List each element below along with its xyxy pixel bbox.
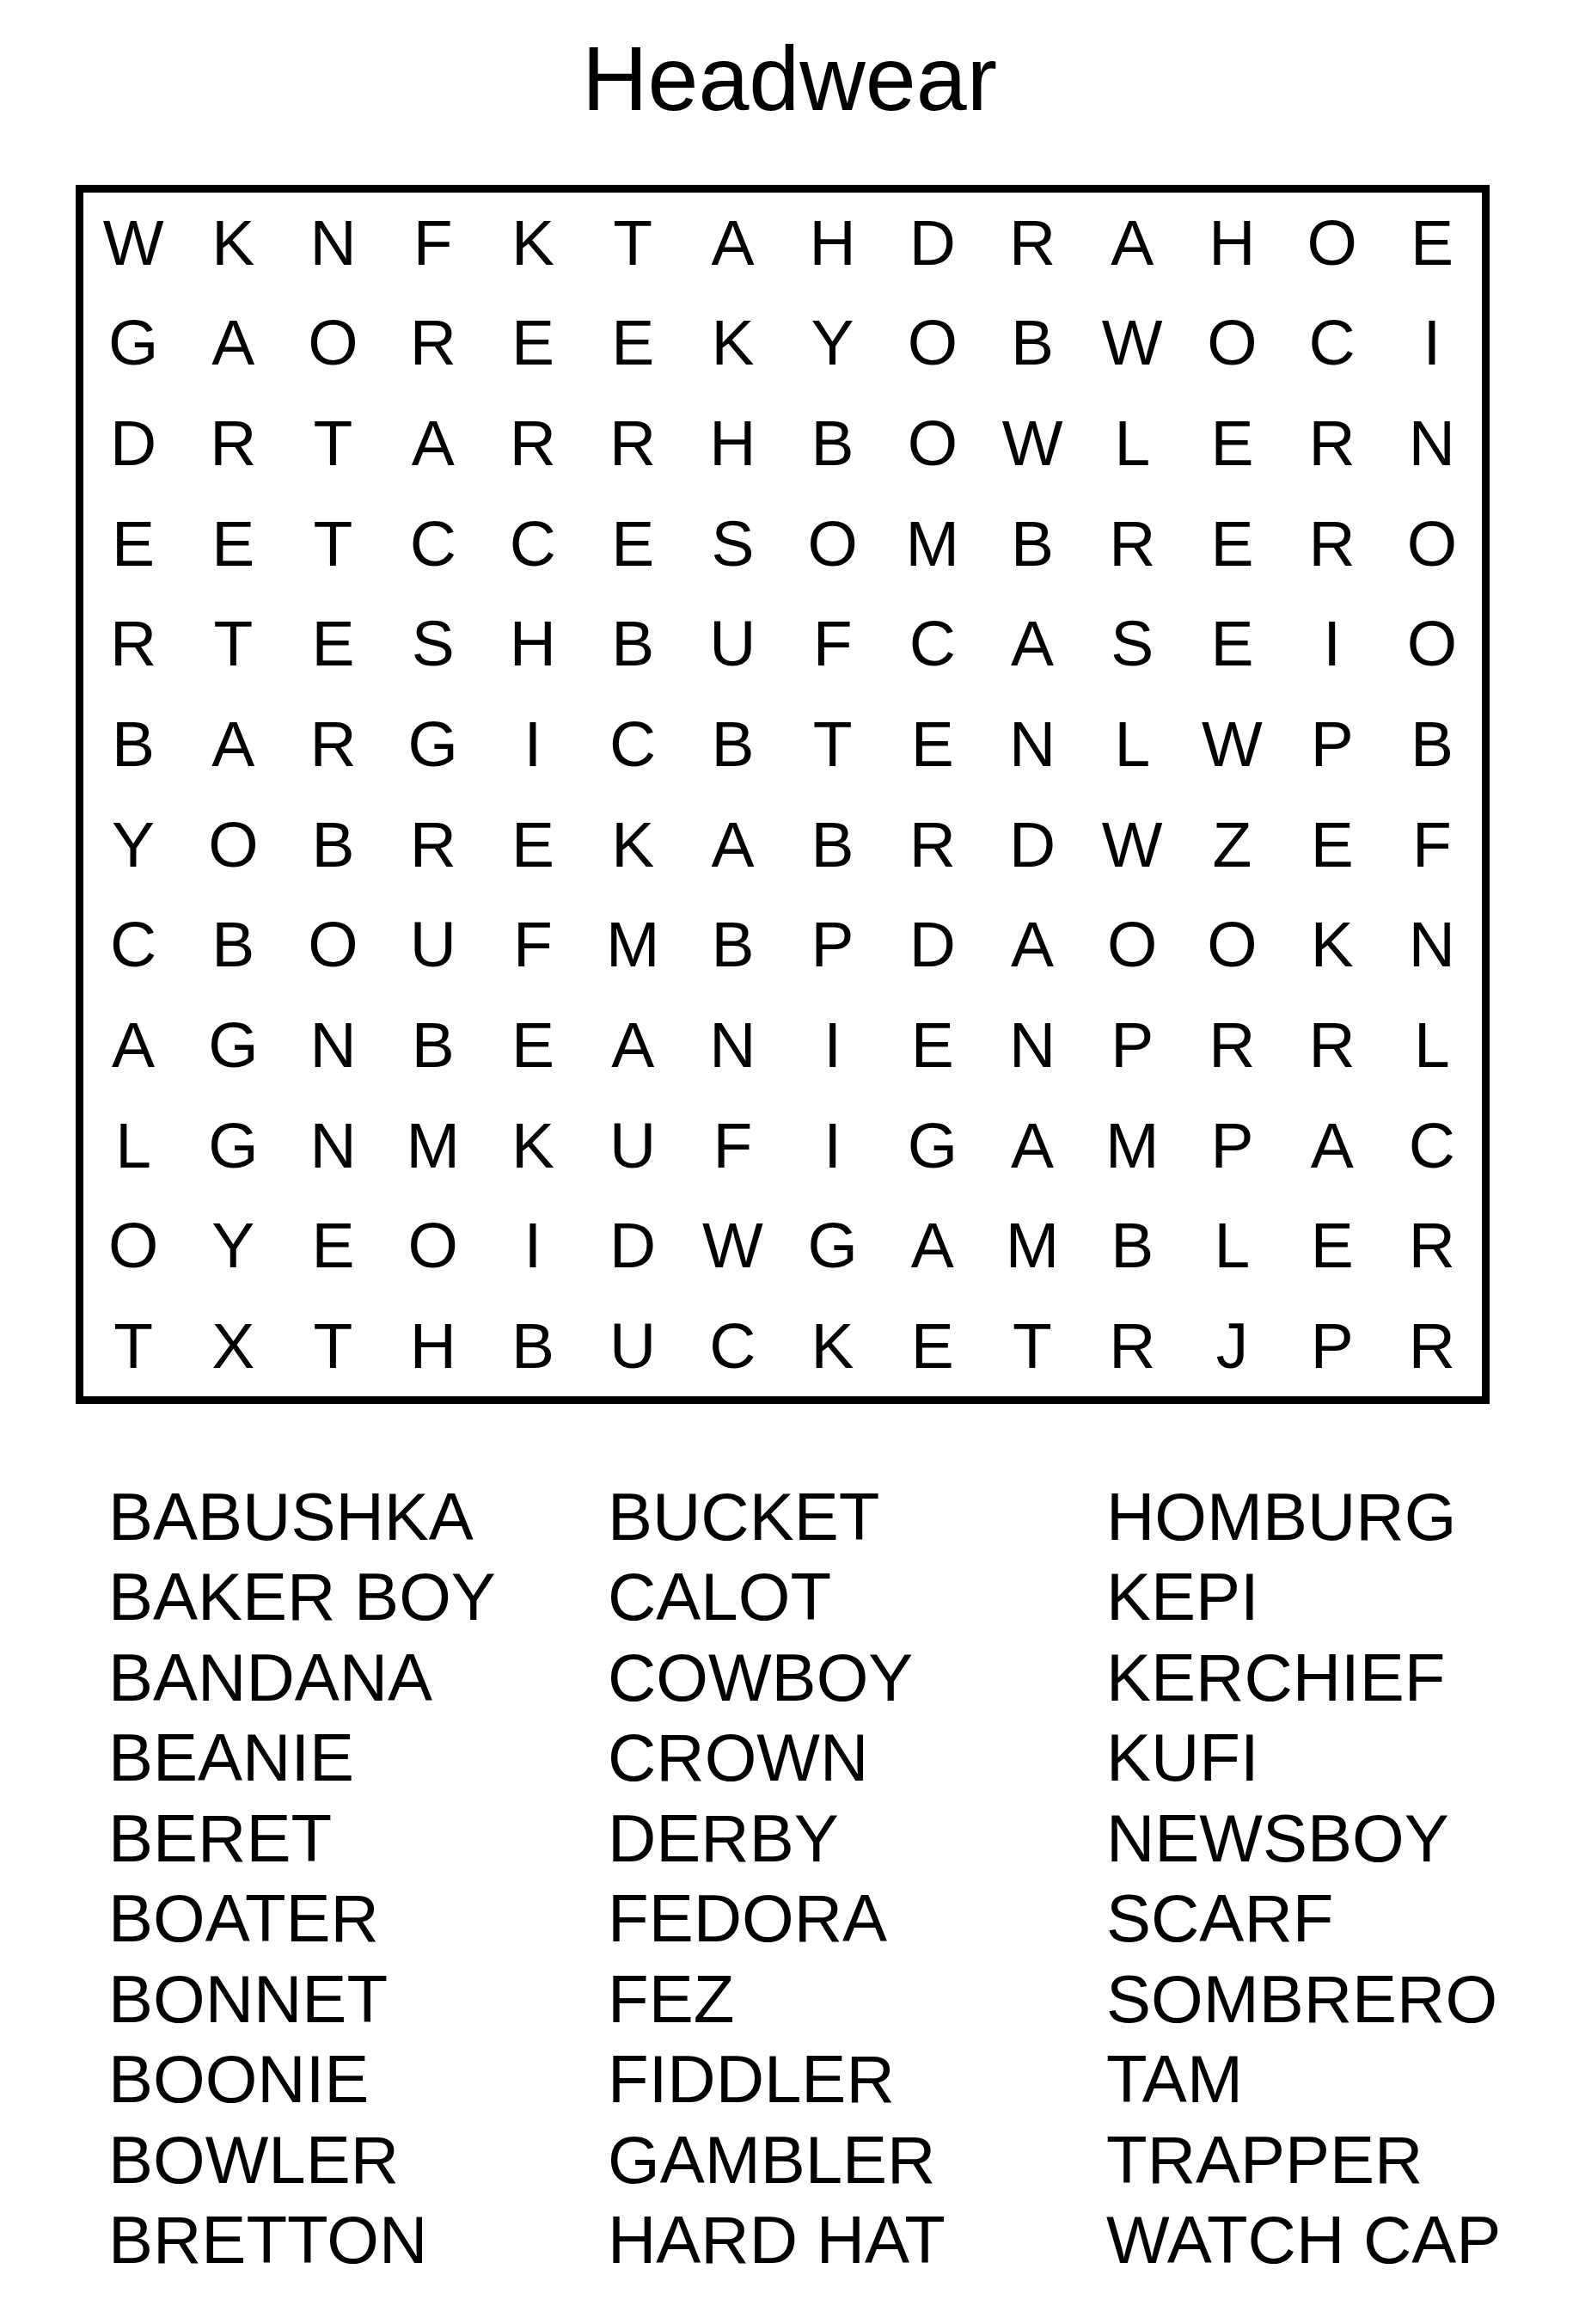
grid-cell[interactable]: R [1282, 393, 1382, 494]
grid-cell[interactable]: B [1382, 694, 1482, 794]
word-list-item: FEDORA [608, 1879, 946, 1959]
grid-cell[interactable]: O [83, 1196, 183, 1297]
grid-cell[interactable]: N [682, 995, 782, 1095]
word-list-item: BANDANA [108, 1637, 496, 1718]
grid-cell[interactable]: T [183, 594, 283, 695]
grid-cell[interactable]: E [1182, 494, 1282, 594]
grid-cell[interactable]: E [183, 494, 283, 594]
grid-cell[interactable]: E [883, 1296, 982, 1396]
grid-cell[interactable]: G [183, 1095, 283, 1196]
grid-cell[interactable]: R [1282, 995, 1382, 1095]
wordsearch-grid: WKNFKTAHDRAHOEGAOREEKYOBWOCIDRTARRHBOWLE… [76, 185, 1490, 1404]
grid-cell[interactable]: E [483, 794, 583, 895]
grid-cell[interactable]: W [982, 393, 1082, 494]
grid-cell[interactable]: L [1082, 694, 1182, 794]
word-list-item: BERET [108, 1798, 496, 1879]
grid-cell[interactable]: K [1282, 895, 1382, 996]
word-list-item: BONNET [108, 1959, 496, 2039]
grid-cell[interactable]: N [982, 694, 1082, 794]
word-list-item: CALOT [608, 1557, 946, 1638]
grid-cell[interactable]: F [1382, 794, 1482, 895]
word-list-item: FIDDLER [608, 2039, 946, 2120]
grid-cell[interactable]: R [883, 794, 982, 895]
grid-cell[interactable]: R [583, 393, 682, 494]
word-list-item: BEANIE [108, 1718, 496, 1799]
word-list-item: WATCH CAP [1106, 2200, 1501, 2281]
grid-cell[interactable]: W [83, 193, 183, 293]
grid-cell[interactable]: E [283, 1196, 383, 1297]
grid-cell[interactable]: B [483, 1296, 583, 1396]
grid-cell[interactable]: N [283, 1095, 383, 1196]
grid-cell[interactable]: T [283, 393, 383, 494]
grid-cell[interactable]: R [1382, 1196, 1482, 1297]
grid-cell[interactable]: U [583, 1095, 682, 1196]
grid-cell[interactable]: R [483, 393, 583, 494]
word-list-item: FEZ [608, 1959, 946, 2039]
grid-cell[interactable]: O [883, 393, 982, 494]
word-list-item: BUCKET [608, 1476, 946, 1557]
grid-cell[interactable]: O [1282, 193, 1382, 293]
grid-cell[interactable]: C [83, 895, 183, 996]
word-list-item: TRAPPER [1106, 2119, 1501, 2200]
grid-cell[interactable]: U [583, 1296, 682, 1396]
word-list-item: NEWSBOY [1106, 1798, 1501, 1879]
grid-cell[interactable]: G [383, 694, 483, 794]
grid-cell[interactable]: C [1282, 293, 1382, 394]
word-list-column-2: BUCKETCALOTCOWBOYCROWNDERBYFEDORAFEZFIDD… [608, 1476, 946, 2280]
grid-cell[interactable]: O [883, 293, 982, 394]
grid-cell[interactable]: P [783, 895, 883, 996]
grid-cell[interactable]: R [1282, 494, 1382, 594]
grid-cell[interactable]: E [883, 995, 982, 1095]
word-list-column-1: BABUSHKABAKER BOYBANDANABEANIEBERETBOATE… [108, 1476, 496, 2280]
word-list-item: BOONIE [108, 2039, 496, 2120]
grid-cell[interactable]: K [183, 193, 283, 293]
grid-cell[interactable]: H [1182, 193, 1282, 293]
word-list-item: TAM [1106, 2039, 1501, 2120]
grid-cell[interactable]: S [383, 594, 483, 695]
grid-cell[interactable]: B [982, 293, 1082, 394]
grid-cell[interactable]: T [283, 494, 383, 594]
grid-cell[interactable]: O [1382, 594, 1482, 695]
grid-cell[interactable]: N [283, 995, 383, 1095]
word-list-item: BABUSHKA [108, 1476, 496, 1557]
grid-cell[interactable]: A [83, 995, 183, 1095]
grid-cell[interactable]: B [783, 393, 883, 494]
grid-cell[interactable]: S [682, 494, 782, 594]
grid-cell[interactable]: R [1382, 1296, 1482, 1396]
grid-cell[interactable]: B [682, 895, 782, 996]
grid-cell[interactable]: B [183, 895, 283, 996]
grid-cell[interactable]: B [583, 594, 682, 695]
grid-cell[interactable]: Y [183, 1196, 283, 1297]
grid-cell[interactable]: A [583, 995, 682, 1095]
grid-cell[interactable]: O [1082, 895, 1182, 996]
grid-cell[interactable]: C [1382, 1095, 1482, 1196]
grid-cell[interactable]: O [383, 1196, 483, 1297]
grid-cell[interactable]: B [682, 694, 782, 794]
grid-cell[interactable]: A [982, 594, 1082, 695]
grid-cell[interactable]: L [1182, 1196, 1282, 1297]
grid-cell[interactable]: X [183, 1296, 283, 1396]
grid-cell[interactable]: M [583, 895, 682, 996]
grid-cell[interactable]: D [982, 794, 1082, 895]
grid-cell[interactable]: U [383, 895, 483, 996]
grid-cell[interactable]: D [83, 393, 183, 494]
grid-cell[interactable]: L [1082, 393, 1182, 494]
grid-cell[interactable]: A [682, 794, 782, 895]
grid-cell[interactable]: W [1082, 293, 1182, 394]
word-list-item: BAKER BOY [108, 1557, 496, 1638]
grid-cell[interactable]: G [883, 1095, 982, 1196]
grid-cell[interactable]: D [883, 193, 982, 293]
grid-cell[interactable]: Y [83, 794, 183, 895]
grid-cell[interactable]: T [982, 1296, 1082, 1396]
grid-cell[interactable]: E [1182, 594, 1282, 695]
grid-cell[interactable]: I [483, 694, 583, 794]
grid-cell[interactable]: K [483, 1095, 583, 1196]
grid-cell[interactable]: E [1282, 794, 1382, 895]
grid-cell[interactable]: R [1082, 1296, 1182, 1396]
grid-cell[interactable]: E [883, 694, 982, 794]
grid-cell[interactable]: A [883, 1196, 982, 1297]
word-list-item: KERCHIEF [1106, 1637, 1501, 1718]
word-list-item: DERBY [608, 1798, 946, 1879]
grid-cell[interactable]: U [682, 594, 782, 695]
grid-cell[interactable]: D [583, 1196, 682, 1297]
grid-cell[interactable]: C [682, 1296, 782, 1396]
grid-cell[interactable]: A [1082, 193, 1182, 293]
grid-cell[interactable]: T [83, 1296, 183, 1396]
grid-cell[interactable]: I [1382, 293, 1482, 394]
grid-cell[interactable]: F [383, 193, 483, 293]
grid-cell[interactable]: B [783, 794, 883, 895]
grid-cell[interactable]: W [1182, 694, 1282, 794]
grid-cell[interactable]: G [83, 293, 183, 394]
grid-cell[interactable]: I [783, 1095, 883, 1196]
grid-cell[interactable]: L [83, 1095, 183, 1196]
grid-cell[interactable]: O [1182, 293, 1282, 394]
grid-cell[interactable]: F [783, 594, 883, 695]
grid-cell[interactable]: F [483, 895, 583, 996]
word-list-item: CROWN [608, 1718, 946, 1799]
grid-cell[interactable]: J [1182, 1296, 1282, 1396]
grid-cell[interactable]: B [83, 694, 183, 794]
grid-cell[interactable]: C [483, 494, 583, 594]
grid-cell[interactable]: R [982, 193, 1082, 293]
grid-cell[interactable]: O [1382, 494, 1482, 594]
grid-cell[interactable]: E [283, 594, 383, 695]
grid-cell[interactable]: M [1082, 1095, 1182, 1196]
grid-cell[interactable]: A [982, 895, 1082, 996]
grid-cell[interactable]: P [1182, 1095, 1282, 1196]
grid-cell[interactable]: E [483, 293, 583, 394]
grid-cell[interactable]: E [483, 995, 583, 1095]
grid-cell[interactable]: A [682, 193, 782, 293]
grid-cell[interactable]: D [883, 895, 982, 996]
grid-cell[interactable]: C [583, 694, 682, 794]
word-list-item: BOATER [108, 1879, 496, 1959]
grid-cell[interactable]: O [283, 895, 383, 996]
word-list-item: SOMBRERO [1106, 1959, 1501, 2039]
grid-cell[interactable]: C [383, 494, 483, 594]
grid-cell[interactable]: R [383, 293, 483, 394]
grid-cell[interactable]: O [283, 293, 383, 394]
grid-cell[interactable]: K [483, 193, 583, 293]
page-title: Headwear [0, 33, 1579, 124]
grid-cell[interactable]: O [783, 494, 883, 594]
grid-cell[interactable]: N [283, 193, 383, 293]
grid-cell[interactable]: B [982, 494, 1082, 594]
grid-cell[interactable]: T [783, 694, 883, 794]
grid-cell[interactable]: R [283, 694, 383, 794]
grid-cell[interactable]: E [1382, 193, 1482, 293]
word-list-item: HARD HAT [608, 2200, 946, 2281]
word-list-item: KEPI [1106, 1557, 1501, 1638]
grid-cell[interactable]: H [483, 594, 583, 695]
grid-cell[interactable]: S [1082, 594, 1182, 695]
grid-cell[interactable]: I [483, 1196, 583, 1297]
grid-cell[interactable]: W [1082, 794, 1182, 895]
grid-cell[interactable]: M [883, 494, 982, 594]
grid-cell[interactable]: H [383, 1296, 483, 1396]
grid-cell[interactable]: P [1082, 995, 1182, 1095]
grid-cell[interactable]: Y [783, 293, 883, 394]
grid-cell[interactable]: C [883, 594, 982, 695]
grid-cell[interactable]: E [583, 494, 682, 594]
grid-cell[interactable]: I [1282, 594, 1382, 695]
grid-cell[interactable]: R [1182, 995, 1282, 1095]
grid-cell[interactable]: N [1382, 393, 1482, 494]
grid-cell[interactable]: R [1082, 494, 1182, 594]
grid-cell[interactable]: W [682, 1196, 782, 1297]
grid-cell[interactable]: A [1282, 1095, 1382, 1196]
grid-cell[interactable]: M [383, 1095, 483, 1196]
word-list-item: COWBOY [608, 1637, 946, 1718]
grid-cell[interactable]: B [383, 995, 483, 1095]
grid-cell[interactable]: N [1382, 895, 1482, 996]
grid-cell[interactable]: E [83, 494, 183, 594]
grid-cell[interactable]: A [383, 393, 483, 494]
grid-cell[interactable]: T [283, 1296, 383, 1396]
grid-cell[interactable]: T [583, 193, 682, 293]
grid-cell[interactable]: K [783, 1296, 883, 1396]
grid-cell[interactable]: O [1182, 895, 1282, 996]
grid-cell[interactable]: H [682, 393, 782, 494]
grid-cell[interactable]: R [183, 393, 283, 494]
grid-cell[interactable]: Z [1182, 794, 1282, 895]
grid-cell[interactable]: R [383, 794, 483, 895]
word-list-column-3: HOMBURGKEPIKERCHIEFKUFINEWSBOYSCARFSOMBR… [1106, 1476, 1501, 2280]
grid-cell[interactable]: P [1282, 694, 1382, 794]
grid-cell[interactable]: A [183, 694, 283, 794]
puzzle-page: Headwear WKNFKTAHDRAHOEGAOREEKYOBWOCIDRT… [0, 0, 1579, 2324]
grid-cell[interactable]: H [783, 193, 883, 293]
grid-cell[interactable]: F [682, 1095, 782, 1196]
word-list-item: BRETTON [108, 2200, 496, 2281]
grid-cell[interactable]: K [583, 794, 682, 895]
word-list-item: KUFI [1106, 1718, 1501, 1799]
grid-cell[interactable]: G [183, 995, 283, 1095]
grid-cell[interactable]: A [183, 293, 283, 394]
word-list-item: GAMBLER [608, 2119, 946, 2200]
grid-cell[interactable]: I [783, 995, 883, 1095]
grid-cell[interactable]: E [583, 293, 682, 394]
grid-cell[interactable]: E [1182, 393, 1282, 494]
grid-cell[interactable]: M [982, 1196, 1082, 1297]
grid-cell[interactable]: A [982, 1095, 1082, 1196]
grid-cell[interactable]: P [1282, 1296, 1382, 1396]
grid-cell[interactable]: L [1382, 995, 1482, 1095]
grid-cell[interactable]: N [982, 995, 1082, 1095]
word-list-item: SCARF [1106, 1879, 1501, 1959]
word-list-item: BOWLER [108, 2119, 496, 2200]
grid-cell[interactable]: B [1082, 1196, 1182, 1297]
grid-cell[interactable]: R [83, 594, 183, 695]
grid-cell[interactable]: B [283, 794, 383, 895]
grid-cell[interactable]: O [183, 794, 283, 895]
grid-cell[interactable]: E [1282, 1196, 1382, 1297]
word-list-item: HOMBURG [1106, 1476, 1501, 1557]
grid-cell[interactable]: K [682, 293, 782, 394]
grid-cell[interactable]: G [783, 1196, 883, 1297]
